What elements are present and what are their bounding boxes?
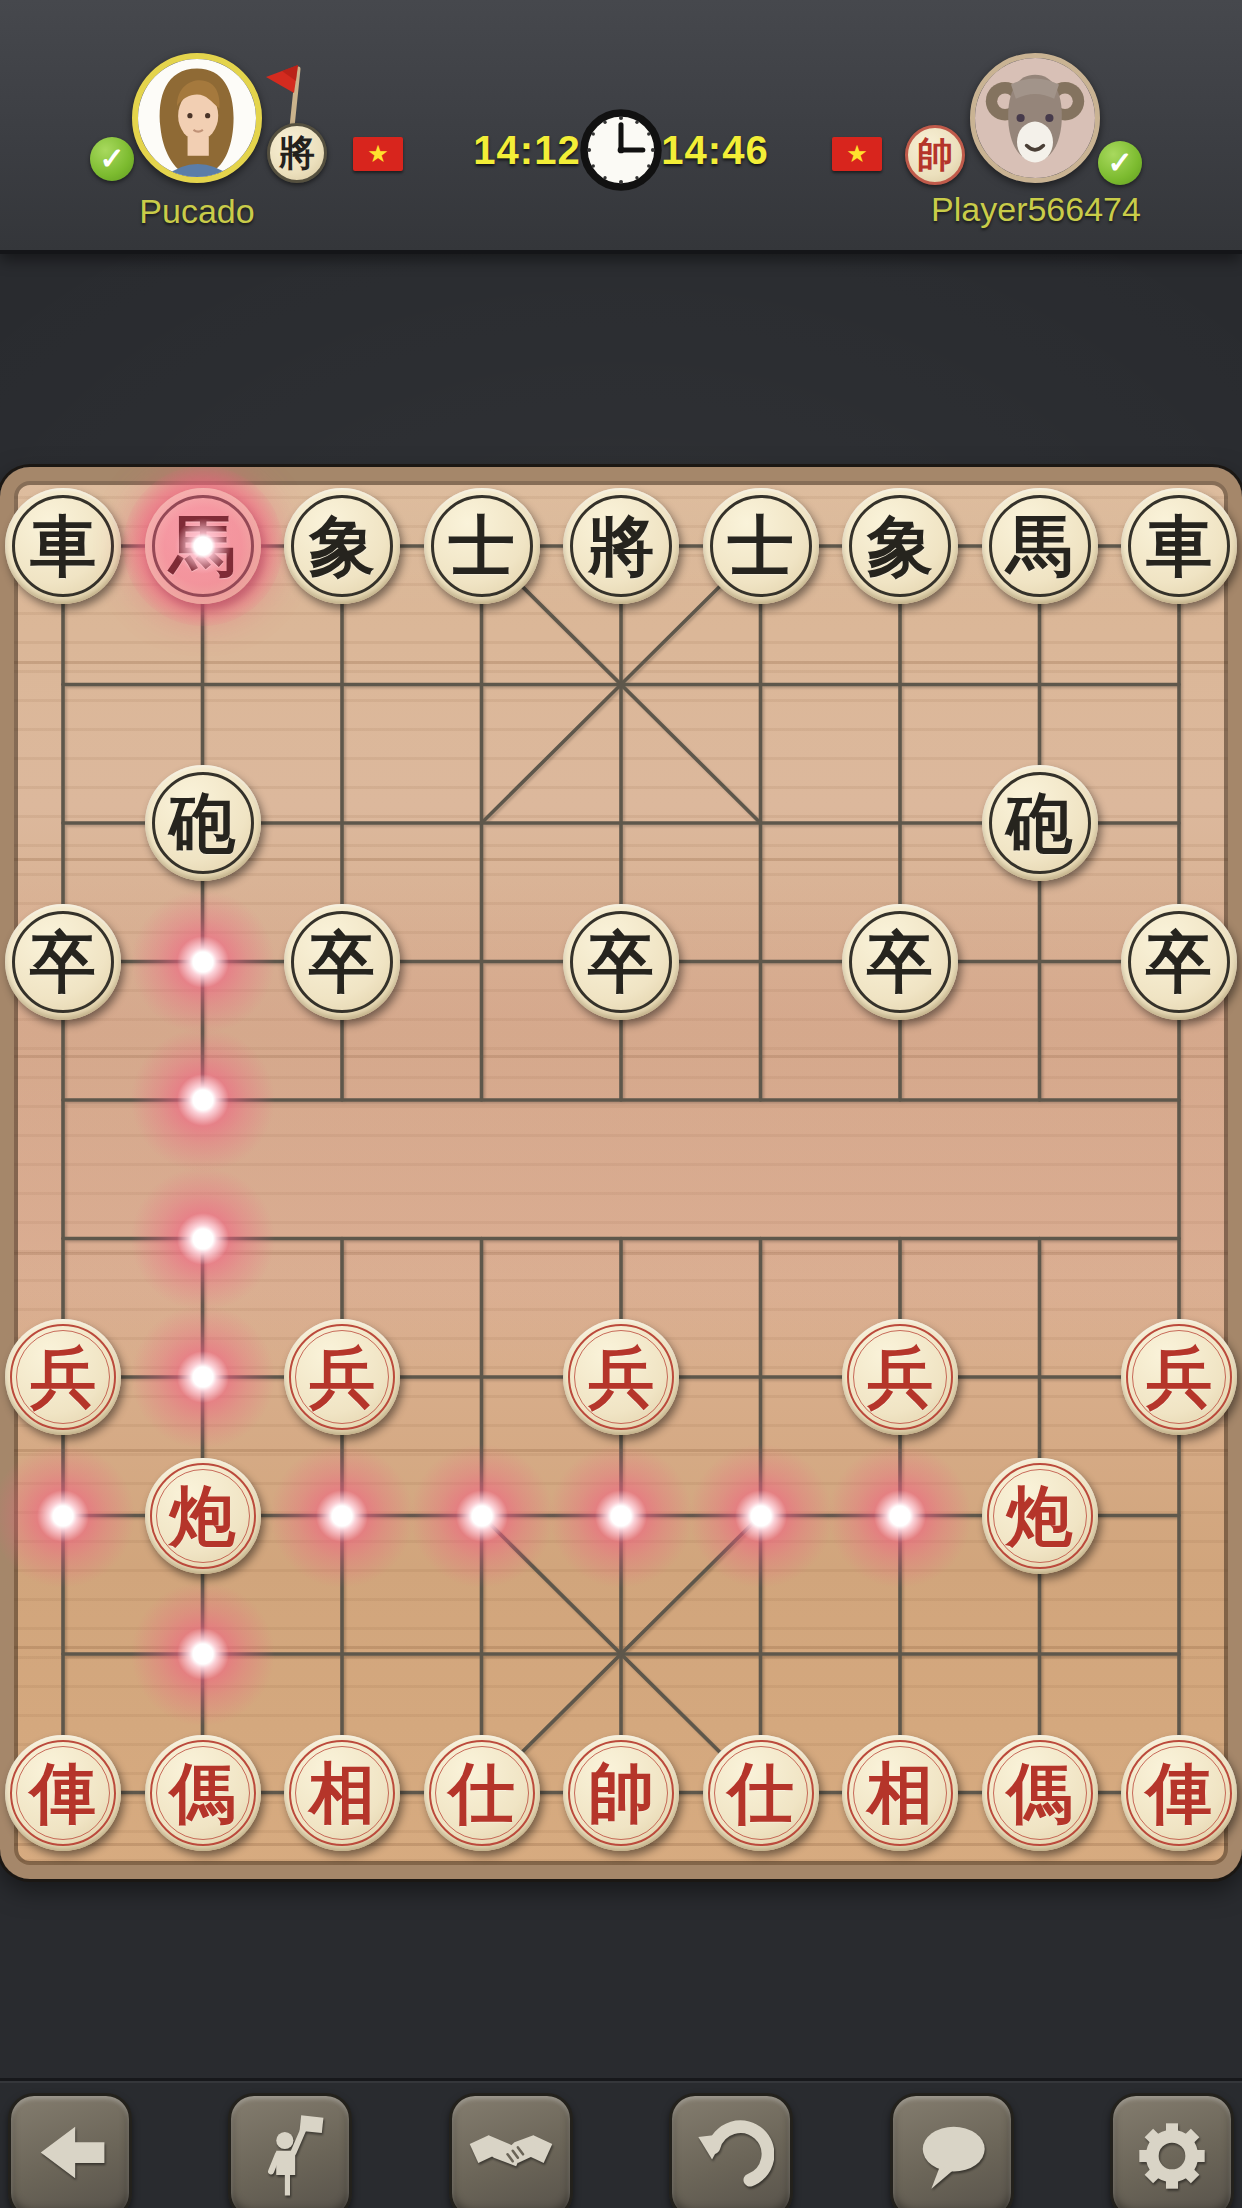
handshake-icon: [468, 2113, 554, 2199]
undo-button[interactable]: [669, 2093, 793, 2208]
piece-char: 砲: [1007, 790, 1073, 856]
piece-char: 卒: [309, 929, 375, 995]
piece-char: 俥: [30, 1760, 96, 1826]
piece-b8[interactable]: 砲: [145, 765, 261, 881]
piece-i4[interactable]: 兵: [1121, 1319, 1237, 1435]
move-dot-b2[interactable]: [128, 1579, 278, 1729]
flag-star: ★: [846, 142, 868, 166]
move-dot-f3[interactable]: [686, 1441, 836, 1591]
left-player-name: Pucado: [97, 192, 297, 231]
move-dot-b4[interactable]: [128, 1302, 278, 1452]
piece-c10[interactable]: 象: [284, 488, 400, 604]
piece-e7[interactable]: 卒: [563, 904, 679, 1020]
left-ready-check-icon: ✓: [90, 137, 134, 181]
right-side-badge: 帥: [905, 125, 965, 185]
piece-char: 兵: [30, 1344, 96, 1410]
right-player-name: Player566474: [886, 190, 1186, 229]
piece-char: 卒: [867, 929, 933, 995]
left-flag-vietnam-icon: ★: [353, 137, 403, 171]
piece-b1[interactable]: 傌: [145, 1735, 261, 1851]
piece-char: 車: [30, 513, 96, 579]
move-dot-b6[interactable]: [128, 1025, 278, 1175]
piece-e10[interactable]: 將: [563, 488, 679, 604]
flag-star: ★: [367, 142, 389, 166]
check-glyph: ✓: [99, 144, 124, 174]
piece-d10[interactable]: 士: [424, 488, 540, 604]
piece-a7[interactable]: 卒: [5, 904, 121, 1020]
girl-avatar-image: [138, 59, 256, 177]
piece-char: 仕: [728, 1760, 794, 1826]
move-dot-d3[interactable]: [407, 1441, 557, 1591]
piece-char: 相: [309, 1760, 375, 1826]
piece-g10[interactable]: 象: [842, 488, 958, 604]
piece-char: 士: [728, 513, 794, 579]
resign-button[interactable]: [228, 2093, 352, 2208]
piece-g4[interactable]: 兵: [842, 1319, 958, 1435]
piece-h10[interactable]: 馬: [982, 488, 1098, 604]
right-player-avatar[interactable]: [970, 53, 1100, 183]
piece-b10[interactable]: 馬: [145, 488, 261, 604]
right-ready-check-icon: ✓: [1098, 141, 1142, 185]
piece-i10[interactable]: 車: [1121, 488, 1237, 604]
piece-char: 帥: [588, 1760, 654, 1826]
piece-char: 象: [867, 513, 933, 579]
right-player-clock: 14:46: [630, 128, 800, 173]
piece-c4[interactable]: 兵: [284, 1319, 400, 1435]
chat-button[interactable]: [890, 2093, 1014, 2208]
back-button[interactable]: [8, 2093, 132, 2208]
piece-b3[interactable]: 炮: [145, 1458, 261, 1574]
move-dot-b7[interactable]: [128, 887, 278, 1037]
piece-a10[interactable]: 車: [5, 488, 121, 604]
settings-button[interactable]: [1110, 2093, 1234, 2208]
piece-char: 仕: [449, 1760, 515, 1826]
move-dot-g3[interactable]: [825, 1441, 975, 1591]
left-player-avatar[interactable]: [132, 53, 262, 183]
undo-arrow-icon: [688, 2113, 774, 2199]
piece-a1[interactable]: 俥: [5, 1735, 121, 1851]
move-dot-e3[interactable]: [546, 1441, 696, 1591]
piece-char: 傌: [1007, 1760, 1073, 1826]
piece-char: 車: [1146, 513, 1212, 579]
piece-char: 將: [588, 513, 654, 579]
check-glyph: ✓: [1107, 148, 1132, 178]
badge-char: 將: [279, 129, 315, 178]
person-flag-icon: [247, 2113, 333, 2199]
chat-bubble-icon: [909, 2113, 995, 2199]
draw-offer-button[interactable]: [449, 2093, 573, 2208]
piece-c1[interactable]: 相: [284, 1735, 400, 1851]
move-dot-b5[interactable]: [128, 1164, 278, 1314]
piece-f1[interactable]: 仕: [703, 1735, 819, 1851]
piece-char: 相: [867, 1760, 933, 1826]
piece-char: 炮: [170, 1483, 236, 1549]
piece-e1[interactable]: 帥: [563, 1735, 679, 1851]
right-flag-vietnam-icon: ★: [832, 137, 882, 171]
arrow-left-icon: [27, 2113, 113, 2199]
piece-char: 傌: [170, 1760, 236, 1826]
gear-icon: [1129, 2113, 1215, 2199]
piece-char: 兵: [309, 1344, 375, 1410]
ram-avatar-image: [975, 58, 1095, 178]
piece-char: 砲: [170, 790, 236, 856]
piece-char: 炮: [1007, 1483, 1073, 1549]
xiangqi-board[interactable]: 車馬象士將士象馬車砲砲卒卒卒卒卒兵兵兵兵兵炮炮俥傌相仕帥仕相傌俥: [0, 467, 1242, 1879]
left-side-badge: 將: [267, 123, 327, 183]
piece-char: 卒: [1146, 929, 1212, 995]
piece-i7[interactable]: 卒: [1121, 904, 1237, 1020]
piece-c7[interactable]: 卒: [284, 904, 400, 1020]
piece-g7[interactable]: 卒: [842, 904, 958, 1020]
bottom-toolbar: [0, 2078, 1242, 2208]
piece-char: 兵: [588, 1344, 654, 1410]
piece-i1[interactable]: 俥: [1121, 1735, 1237, 1851]
piece-d1[interactable]: 仕: [424, 1735, 540, 1851]
piece-char: 士: [449, 513, 515, 579]
piece-char: 卒: [30, 929, 96, 995]
capture-spark-icon: [175, 518, 231, 574]
piece-h1[interactable]: 傌: [982, 1735, 1098, 1851]
piece-e4[interactable]: 兵: [563, 1319, 679, 1435]
top-bar: ✓ 將 ★ Pucado 14:12: [0, 0, 1242, 254]
piece-char: 象: [309, 513, 375, 579]
piece-char: 兵: [867, 1344, 933, 1410]
piece-char: 馬: [1007, 513, 1073, 579]
piece-g1[interactable]: 相: [842, 1735, 958, 1851]
piece-f10[interactable]: 士: [703, 488, 819, 604]
piece-char: 俥: [1146, 1760, 1212, 1826]
piece-char: 卒: [588, 929, 654, 995]
piece-h3[interactable]: 炮: [982, 1458, 1098, 1574]
move-dot-c3[interactable]: [267, 1441, 417, 1591]
piece-char: 兵: [1146, 1344, 1212, 1410]
badge-char: 帥: [917, 131, 953, 180]
piece-a4[interactable]: 兵: [5, 1319, 121, 1435]
piece-h8[interactable]: 砲: [982, 765, 1098, 881]
